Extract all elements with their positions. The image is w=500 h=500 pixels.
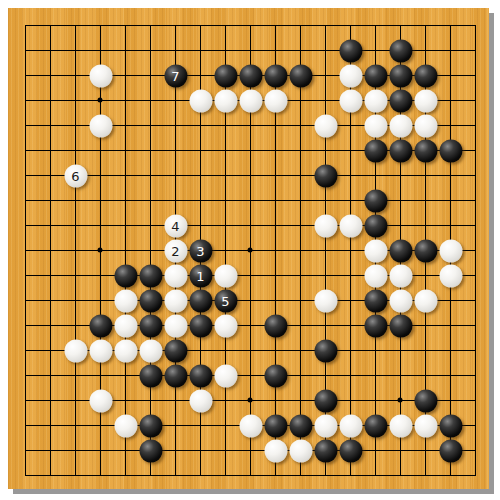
- white-stone[interactable]: [239, 89, 262, 112]
- grid-line-vertical: [300, 25, 301, 476]
- black-stone[interactable]: [364, 139, 387, 162]
- black-stone[interactable]: [389, 239, 412, 262]
- grid-line-horizontal: [25, 375, 476, 376]
- white-stone[interactable]: [114, 414, 137, 437]
- black-stone[interactable]: [239, 64, 262, 87]
- white-stone[interactable]: [89, 389, 112, 412]
- white-stone[interactable]: [89, 64, 112, 87]
- black-stone[interactable]: [164, 339, 187, 362]
- black-stone[interactable]: [439, 139, 462, 162]
- white-stone[interactable]: [214, 89, 237, 112]
- black-stone[interactable]: [389, 314, 412, 337]
- white-stone[interactable]: [89, 114, 112, 137]
- white-stone[interactable]: [189, 389, 212, 412]
- move-number-label: 1: [196, 269, 204, 282]
- black-stone[interactable]: [389, 39, 412, 62]
- white-stone[interactable]: [314, 414, 337, 437]
- white-stone[interactable]: [164, 289, 187, 312]
- black-stone[interactable]: [314, 339, 337, 362]
- black-stone[interactable]: [139, 439, 162, 462]
- white-stone[interactable]: [414, 414, 437, 437]
- black-stone[interactable]: [139, 414, 162, 437]
- white-stone[interactable]: [164, 264, 187, 287]
- white-stone[interactable]: 6: [64, 164, 87, 187]
- white-stone[interactable]: [414, 89, 437, 112]
- white-stone[interactable]: [264, 89, 287, 112]
- black-stone[interactable]: [364, 214, 387, 237]
- black-stone[interactable]: [264, 364, 287, 387]
- black-stone[interactable]: [364, 189, 387, 212]
- black-stone[interactable]: 1: [189, 264, 212, 287]
- white-stone[interactable]: [114, 289, 137, 312]
- white-stone[interactable]: [414, 114, 437, 137]
- white-stone[interactable]: [214, 364, 237, 387]
- black-stone[interactable]: [139, 364, 162, 387]
- white-stone[interactable]: [189, 89, 212, 112]
- black-stone[interactable]: [289, 414, 312, 437]
- black-stone[interactable]: [114, 264, 137, 287]
- goban-board[interactable]: 7642315: [8, 8, 489, 489]
- black-stone[interactable]: [314, 439, 337, 462]
- black-stone[interactable]: [139, 264, 162, 287]
- black-stone[interactable]: [389, 89, 412, 112]
- white-stone[interactable]: [114, 339, 137, 362]
- black-stone[interactable]: [189, 289, 212, 312]
- white-stone[interactable]: [364, 89, 387, 112]
- black-stone[interactable]: [414, 64, 437, 87]
- white-stone[interactable]: [339, 64, 362, 87]
- black-stone[interactable]: [339, 439, 362, 462]
- white-stone[interactable]: [114, 314, 137, 337]
- white-stone[interactable]: 4: [164, 214, 187, 237]
- grid-line-vertical: [475, 25, 476, 476]
- grid-line-horizontal: [25, 450, 476, 451]
- white-stone[interactable]: [439, 239, 462, 262]
- black-stone[interactable]: [339, 39, 362, 62]
- white-stone[interactable]: [389, 114, 412, 137]
- black-stone[interactable]: [214, 64, 237, 87]
- white-stone[interactable]: [364, 114, 387, 137]
- board-grid: 7642315: [25, 25, 476, 476]
- move-number-label: 6: [71, 169, 79, 182]
- white-stone[interactable]: [314, 214, 337, 237]
- move-number-label: 7: [171, 69, 179, 82]
- page: 7642315: [0, 0, 500, 500]
- star-point: [98, 98, 103, 103]
- white-stone[interactable]: [389, 414, 412, 437]
- white-stone[interactable]: [139, 339, 162, 362]
- star-point: [398, 398, 403, 403]
- black-stone[interactable]: [139, 314, 162, 337]
- black-stone[interactable]: [364, 289, 387, 312]
- black-stone[interactable]: [414, 389, 437, 412]
- black-stone[interactable]: [414, 139, 437, 162]
- black-stone[interactable]: [364, 414, 387, 437]
- black-stone[interactable]: 5: [214, 289, 237, 312]
- black-stone[interactable]: 7: [164, 64, 187, 87]
- move-number-label: 2: [171, 244, 179, 257]
- black-stone[interactable]: [414, 239, 437, 262]
- white-stone[interactable]: [89, 339, 112, 362]
- white-stone[interactable]: [364, 239, 387, 262]
- black-stone[interactable]: [289, 64, 312, 87]
- black-stone[interactable]: [389, 64, 412, 87]
- white-stone[interactable]: [339, 214, 362, 237]
- black-stone[interactable]: 3: [189, 239, 212, 262]
- black-stone[interactable]: [189, 314, 212, 337]
- white-stone[interactable]: [314, 289, 337, 312]
- star-point: [248, 248, 253, 253]
- black-stone[interactable]: [364, 64, 387, 87]
- move-number-label: 4: [171, 219, 179, 232]
- black-stone[interactable]: [139, 289, 162, 312]
- white-stone[interactable]: [214, 264, 237, 287]
- move-number-label: 3: [196, 244, 204, 257]
- black-stone[interactable]: [264, 414, 287, 437]
- white-stone[interactable]: [339, 89, 362, 112]
- white-stone[interactable]: [164, 314, 187, 337]
- white-stone[interactable]: [389, 289, 412, 312]
- black-stone[interactable]: [164, 364, 187, 387]
- black-stone[interactable]: [264, 314, 287, 337]
- white-stone[interactable]: 2: [164, 239, 187, 262]
- black-stone[interactable]: [314, 389, 337, 412]
- black-stone[interactable]: [439, 414, 462, 437]
- grid-line-horizontal: [25, 475, 476, 476]
- star-point: [98, 248, 103, 253]
- white-stone[interactable]: [289, 439, 312, 462]
- move-number-label: 5: [221, 294, 229, 307]
- black-stone[interactable]: [89, 314, 112, 337]
- white-stone[interactable]: [239, 414, 262, 437]
- black-stone[interactable]: [389, 139, 412, 162]
- white-stone[interactable]: [314, 114, 337, 137]
- white-stone[interactable]: [64, 339, 87, 362]
- white-stone[interactable]: [264, 439, 287, 462]
- white-stone[interactable]: [364, 264, 387, 287]
- black-stone[interactable]: [189, 364, 212, 387]
- black-stone[interactable]: [264, 64, 287, 87]
- white-stone[interactable]: [214, 314, 237, 337]
- white-stone[interactable]: [439, 264, 462, 287]
- black-stone[interactable]: [364, 314, 387, 337]
- white-stone[interactable]: [339, 414, 362, 437]
- white-stone[interactable]: [389, 264, 412, 287]
- white-stone[interactable]: [414, 289, 437, 312]
- star-point: [248, 398, 253, 403]
- black-stone[interactable]: [314, 164, 337, 187]
- black-stone[interactable]: [439, 439, 462, 462]
